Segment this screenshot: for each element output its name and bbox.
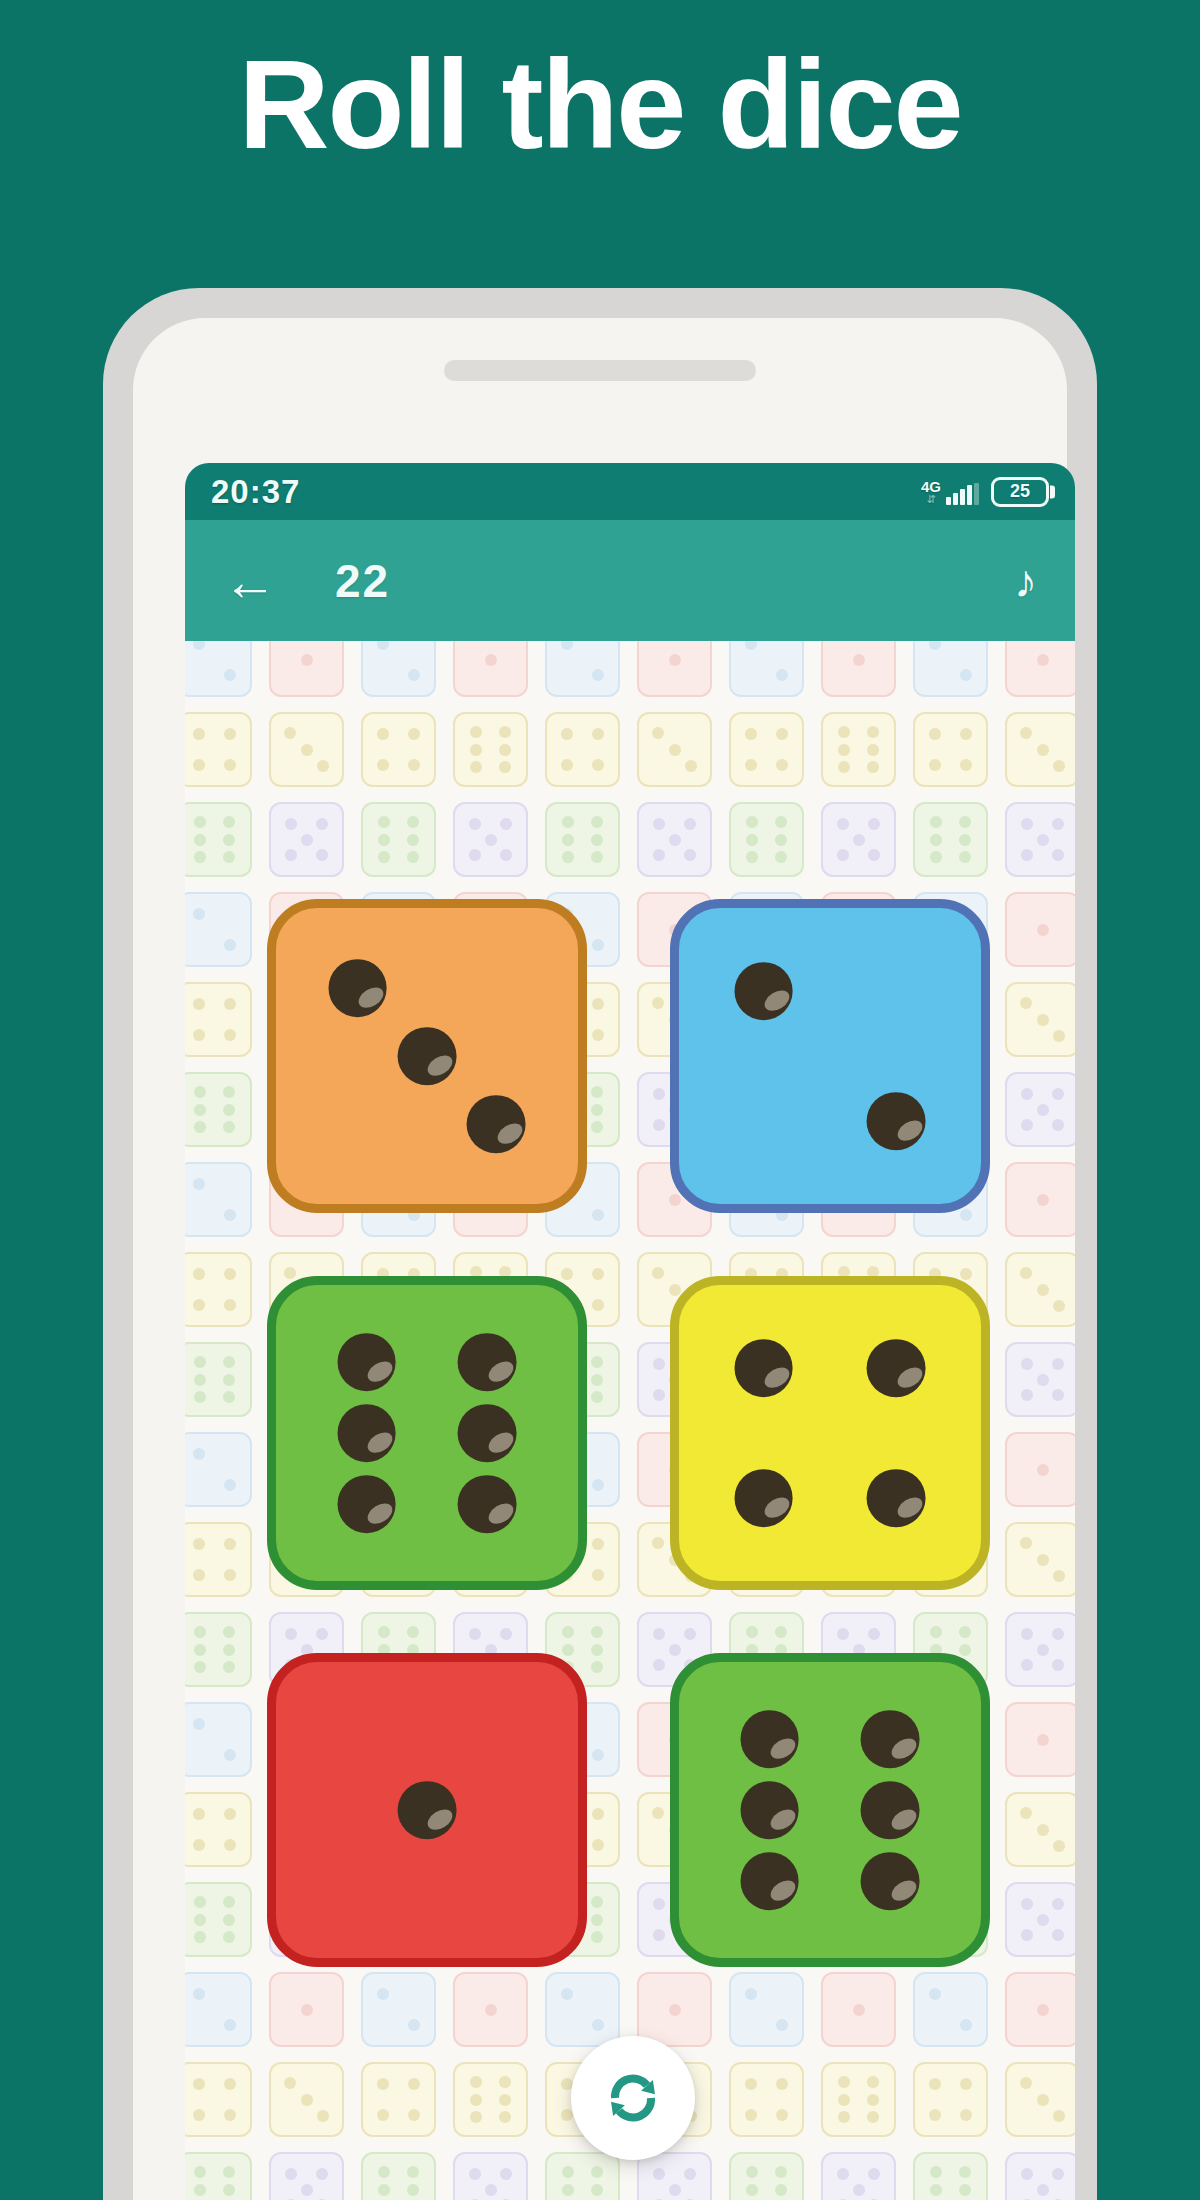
pattern-pip <box>301 654 313 666</box>
reroll-button[interactable] <box>571 2036 695 2160</box>
data-arrows-icon: ⇵ <box>926 494 935 505</box>
pattern-tile <box>185 2062 252 2137</box>
pattern-pip <box>223 1661 235 1673</box>
pattern-pip <box>775 2184 787 2196</box>
pattern-pip <box>377 728 389 740</box>
pattern-tile <box>637 1972 712 2047</box>
pattern-tile <box>269 1972 344 2047</box>
pattern-pip <box>1021 849 1033 861</box>
pattern-tile <box>185 2152 252 2200</box>
pattern-pip <box>1020 727 1032 739</box>
pattern-pip <box>193 1448 205 1460</box>
phone-screen: 20:37 4G ⇵ <box>185 463 1075 2200</box>
status-icons: 4G ⇵ 25 <box>921 477 1049 507</box>
pattern-tile <box>913 2152 988 2200</box>
pattern-pip <box>301 834 313 846</box>
pattern-pip <box>407 816 419 828</box>
pattern-pip <box>378 2184 390 2196</box>
pattern-pip <box>1052 1898 1064 1910</box>
pattern-pip <box>1052 849 1064 861</box>
clock: 20:37 <box>211 473 300 511</box>
pattern-pip <box>285 818 297 830</box>
pattern-pip <box>745 759 757 771</box>
pattern-pip <box>929 759 941 771</box>
pattern-tile <box>1005 1342 1075 1417</box>
pattern-tile <box>453 641 528 697</box>
pattern-pip <box>959 834 971 846</box>
pattern-tile <box>453 2062 528 2137</box>
die-pip <box>740 1710 799 1768</box>
phone-bezel: 20:37 4G ⇵ <box>133 318 1067 2200</box>
pattern-pip <box>867 744 879 756</box>
pattern-pip <box>194 1121 206 1133</box>
pattern-pip <box>867 2111 879 2123</box>
pattern-tile <box>1005 1882 1075 1957</box>
pattern-tile <box>729 2062 804 2137</box>
pattern-pip <box>1037 1644 1049 1656</box>
pattern-pip <box>193 2109 205 2121</box>
pattern-pip <box>745 641 757 650</box>
die-2-blue-2 <box>670 899 990 1213</box>
pattern-pip <box>838 761 850 773</box>
pattern-pip <box>193 641 205 650</box>
pattern-pip <box>561 641 573 650</box>
pattern-pip <box>223 1356 235 1368</box>
pattern-tile <box>269 641 344 697</box>
pattern-tile <box>361 2152 436 2200</box>
pattern-pip <box>1021 1088 1033 1100</box>
pattern-pip <box>223 1626 235 1638</box>
signal-icon: 4G ⇵ <box>921 479 979 505</box>
pattern-pip <box>745 2078 757 2090</box>
pattern-pip <box>837 2168 849 2180</box>
pattern-pip <box>1053 1300 1065 1312</box>
pattern-pip <box>408 669 420 681</box>
pattern-pip <box>775 851 787 863</box>
pattern-pip <box>470 2111 482 2123</box>
pattern-pip <box>562 851 574 863</box>
pattern-pip <box>224 2019 236 2031</box>
pattern-pip <box>408 2019 420 2031</box>
pattern-pip <box>959 851 971 863</box>
pattern-pip <box>224 1538 236 1550</box>
pattern-pip <box>1052 1628 1064 1640</box>
pattern-pip <box>684 849 696 861</box>
pattern-pip <box>776 2109 788 2121</box>
pattern-pip <box>485 834 497 846</box>
pattern-tile <box>185 1792 252 1867</box>
pattern-pip <box>776 2019 788 2031</box>
die-pip <box>734 962 793 1020</box>
pattern-pip <box>285 849 297 861</box>
pattern-pip <box>223 2166 235 2178</box>
pattern-tile <box>821 641 896 697</box>
pattern-pip <box>653 2168 665 2180</box>
battery-nub <box>1050 485 1055 498</box>
pattern-pip <box>1020 1267 1032 1279</box>
pattern-tile <box>1005 1252 1075 1327</box>
pattern-pip <box>669 744 681 756</box>
pattern-pip <box>929 728 941 740</box>
pattern-pip <box>776 728 788 740</box>
pattern-pip <box>499 744 511 756</box>
pattern-pip <box>930 834 942 846</box>
pattern-pip <box>194 1104 206 1116</box>
pattern-pip <box>776 759 788 771</box>
pattern-pip <box>1037 1464 1049 1476</box>
pattern-pip <box>499 761 511 773</box>
pattern-tile <box>1005 1162 1075 1237</box>
pattern-pip <box>301 2094 313 2106</box>
pattern-pip <box>592 759 604 771</box>
pattern-pip <box>591 816 603 828</box>
content-area <box>185 641 1075 2200</box>
pattern-tile <box>185 1072 252 1147</box>
pattern-pip <box>377 641 389 650</box>
pattern-pip <box>1021 1119 1033 1131</box>
pattern-pip <box>775 2166 787 2178</box>
pattern-tile <box>913 712 988 787</box>
die-pip <box>337 1404 396 1462</box>
pattern-pip <box>746 816 758 828</box>
pattern-pip <box>224 2109 236 2121</box>
pattern-pip <box>1053 1030 1065 1042</box>
status-bar: 20:37 4G ⇵ <box>185 463 1075 520</box>
pattern-tile <box>729 802 804 877</box>
pattern-pip <box>838 726 850 738</box>
pattern-pip <box>193 728 205 740</box>
pattern-pip <box>1037 1914 1049 1926</box>
pattern-pip <box>1021 1358 1033 1370</box>
signal-bar <box>960 489 965 505</box>
pattern-pip <box>960 728 972 740</box>
pattern-pip <box>193 908 205 920</box>
pattern-pip <box>407 2184 419 2196</box>
pattern-pip <box>1037 2004 1049 2016</box>
die-4-yellow-4 <box>670 1276 990 1590</box>
pattern-pip <box>930 2184 942 2196</box>
pattern-pip <box>1021 818 1033 830</box>
pattern-tile <box>545 712 620 787</box>
pattern-pip <box>284 727 296 739</box>
pattern-pip <box>853 2004 865 2016</box>
pattern-pip <box>746 851 758 863</box>
pattern-pip <box>868 849 880 861</box>
pattern-pip <box>746 834 758 846</box>
pattern-pip <box>867 2076 879 2088</box>
pattern-pip <box>562 816 574 828</box>
pattern-pip <box>684 2168 696 2180</box>
pattern-tile <box>185 641 252 697</box>
signal-bars-icon <box>946 483 979 505</box>
pattern-pip <box>224 2078 236 2090</box>
dice-total: 22 <box>335 554 390 608</box>
pattern-tile <box>185 1972 252 2047</box>
pattern-pip <box>499 2094 511 2106</box>
signal-bar <box>974 483 979 505</box>
pattern-pip <box>867 761 879 773</box>
pattern-tile <box>1005 892 1075 967</box>
pattern-tile <box>637 712 712 787</box>
pattern-pip <box>485 2004 497 2016</box>
pattern-pip <box>223 1121 235 1133</box>
pattern-pip <box>1020 1807 1032 1819</box>
pattern-pip <box>500 2168 512 2180</box>
pattern-pip <box>377 2109 389 2121</box>
pattern-tile <box>185 1162 252 1237</box>
pattern-tile <box>1005 641 1075 697</box>
pattern-pip <box>193 1808 205 1820</box>
pattern-tile <box>545 802 620 877</box>
pattern-pip <box>929 641 941 650</box>
pattern-pip <box>959 816 971 828</box>
pattern-pip <box>469 2168 481 2180</box>
pattern-pip <box>1021 1898 1033 1910</box>
pattern-pip <box>929 1988 941 2000</box>
pattern-tile <box>361 712 436 787</box>
pattern-tile <box>729 641 804 697</box>
pattern-pip <box>408 2109 420 2121</box>
pattern-tile <box>453 2152 528 2200</box>
pattern-tile <box>185 1522 252 1597</box>
pattern-pip <box>224 1839 236 1851</box>
pattern-pip <box>959 2184 971 2196</box>
pattern-tile <box>729 1972 804 2047</box>
die-3-green-6 <box>267 1276 587 1590</box>
pattern-tile <box>821 712 896 787</box>
pattern-pip <box>378 851 390 863</box>
pattern-tile <box>821 802 896 877</box>
pattern-pip <box>193 1839 205 1851</box>
pattern-pip <box>408 759 420 771</box>
sound-toggle-button[interactable]: ♪ <box>1014 558 1037 604</box>
pattern-pip <box>1021 1929 1033 1941</box>
pattern-pip <box>194 851 206 863</box>
pattern-pip <box>1020 2077 1032 2089</box>
pattern-pip <box>592 2019 604 2031</box>
pattern-pip <box>224 1029 236 1041</box>
die-pip <box>328 959 387 1017</box>
pattern-pip <box>469 818 481 830</box>
pattern-pip <box>469 849 481 861</box>
pattern-pip <box>959 2166 971 2178</box>
die-pip <box>337 1333 396 1391</box>
pattern-pip <box>960 2109 972 2121</box>
die-pip <box>467 1095 526 1153</box>
pattern-pip <box>562 2166 574 2178</box>
pattern-pip <box>470 726 482 738</box>
pattern-pip <box>838 744 850 756</box>
pattern-pip <box>868 818 880 830</box>
pattern-pip <box>470 2094 482 2106</box>
pattern-pip <box>194 2166 206 2178</box>
pattern-pip <box>223 1931 235 1943</box>
pattern-tile <box>729 2152 804 2200</box>
battery-percent: 25 <box>1010 481 1030 502</box>
pattern-pip <box>776 669 788 681</box>
network-type: 4G ⇵ <box>921 479 941 505</box>
pattern-pip <box>1052 1659 1064 1671</box>
die-pip <box>458 1333 517 1391</box>
pattern-tile <box>1005 802 1075 877</box>
pattern-pip <box>378 2166 390 2178</box>
pattern-pip <box>746 2166 758 2178</box>
dice-grid <box>267 899 990 1967</box>
pattern-pip <box>377 1988 389 2000</box>
pattern-pip <box>194 2184 206 2196</box>
die-pip <box>867 1092 926 1150</box>
pattern-pip <box>317 2110 329 2122</box>
page-title: Roll the dice <box>0 32 1200 177</box>
back-button[interactable]: ← <box>223 554 277 608</box>
pattern-tile <box>545 641 620 697</box>
pattern-pip <box>223 1391 235 1403</box>
pattern-pip <box>867 726 879 738</box>
pattern-tile <box>361 802 436 877</box>
pattern-pip <box>837 818 849 830</box>
pattern-tile <box>361 641 436 697</box>
pattern-pip <box>223 1104 235 1116</box>
pattern-tile <box>361 1972 436 2047</box>
pattern-pip <box>470 761 482 773</box>
pattern-tile <box>913 2062 988 2137</box>
pattern-pip <box>776 2078 788 2090</box>
pattern-pip <box>669 654 681 666</box>
pattern-pip <box>407 834 419 846</box>
pattern-pip <box>377 2078 389 2090</box>
pattern-pip <box>223 2184 235 2196</box>
pattern-tile <box>185 1342 252 1417</box>
pattern-tile <box>269 2152 344 2200</box>
pattern-tile <box>185 982 252 1057</box>
pattern-pip <box>1037 1824 1049 1836</box>
pattern-pip <box>867 2094 879 2106</box>
pattern-pip <box>224 1479 236 1491</box>
pattern-pip <box>591 2166 603 2178</box>
pattern-tile <box>913 1972 988 2047</box>
pattern-tile <box>453 802 528 877</box>
pattern-pip <box>500 849 512 861</box>
die-pip <box>867 1339 926 1397</box>
pattern-tile <box>1005 1612 1075 1687</box>
pattern-pip <box>837 849 849 861</box>
pattern-tile <box>269 2062 344 2137</box>
die-pip <box>458 1404 517 1462</box>
pattern-pip <box>1037 1284 1049 1296</box>
pattern-pip <box>592 669 604 681</box>
pattern-pip <box>562 834 574 846</box>
pattern-pip <box>316 2168 328 2180</box>
pattern-pip <box>224 759 236 771</box>
pattern-pip <box>485 654 497 666</box>
pattern-pip <box>194 1644 206 1656</box>
pattern-pip <box>223 1896 235 1908</box>
pattern-pip <box>1037 1554 1049 1566</box>
pattern-tile <box>913 641 988 697</box>
pattern-pip <box>684 818 696 830</box>
pattern-pip <box>407 2166 419 2178</box>
pattern-pip <box>561 2109 573 2121</box>
pattern-tile <box>453 1972 528 2047</box>
pattern-pip <box>224 1209 236 1221</box>
pattern-pip <box>1052 1119 1064 1131</box>
signal-bar <box>953 493 958 505</box>
pattern-tile <box>1005 2062 1075 2137</box>
refresh-icon <box>601 2066 665 2130</box>
pattern-tile <box>269 802 344 877</box>
pattern-pip <box>378 834 390 846</box>
die-1-orange-3 <box>267 899 587 1213</box>
pattern-tile <box>185 892 252 967</box>
pattern-pip <box>1037 744 1049 756</box>
pattern-pip <box>1052 1389 1064 1401</box>
pattern-tile <box>1005 982 1075 1057</box>
pattern-pip <box>853 2184 865 2196</box>
pattern-tile <box>545 2152 620 2200</box>
pattern-pip <box>669 834 681 846</box>
pattern-tile <box>821 1972 896 2047</box>
pattern-pip <box>194 1391 206 1403</box>
pattern-pip <box>1037 1734 1049 1746</box>
pattern-pip <box>960 669 972 681</box>
pattern-pip <box>193 1538 205 1550</box>
pattern-tile <box>185 1882 252 1957</box>
pattern-tile <box>1005 2152 1075 2200</box>
pattern-pip <box>485 2184 497 2196</box>
pattern-pip <box>500 818 512 830</box>
pattern-pip <box>301 744 313 756</box>
die-5-red-1 <box>267 1653 587 1967</box>
pattern-pip <box>1052 2168 1064 2180</box>
pattern-pip <box>193 1268 205 1280</box>
pattern-pip <box>1052 1088 1064 1100</box>
pattern-pip <box>193 998 205 1010</box>
pattern-pip <box>838 2111 850 2123</box>
pattern-pip <box>1052 1358 1064 1370</box>
pattern-tile <box>1005 1432 1075 1507</box>
pattern-pip <box>853 834 865 846</box>
die-pip <box>398 1781 457 1839</box>
pattern-pip <box>669 2004 681 2016</box>
pattern-pip <box>1021 2168 1033 2180</box>
die-pip <box>337 1475 396 1533</box>
pattern-pip <box>1037 654 1049 666</box>
pattern-pip <box>1052 1929 1064 1941</box>
pattern-pip <box>499 2076 511 2088</box>
pattern-tile <box>185 1702 252 1777</box>
pattern-pip <box>592 728 604 740</box>
pattern-pip <box>301 2184 313 2196</box>
pattern-pip <box>223 1644 235 1656</box>
die-pip <box>458 1475 517 1533</box>
pattern-pip <box>838 2076 850 2088</box>
pattern-tile <box>185 1432 252 1507</box>
pattern-pip <box>1021 1389 1033 1401</box>
pattern-pip <box>194 816 206 828</box>
pattern-pip <box>193 1178 205 1190</box>
pattern-pip <box>561 759 573 771</box>
pattern-tile <box>913 802 988 877</box>
pattern-pip <box>194 1661 206 1673</box>
die-pip <box>734 1469 793 1527</box>
pattern-pip <box>746 2184 758 2196</box>
pattern-pip <box>193 2078 205 2090</box>
battery-icon: 25 <box>991 477 1049 507</box>
pattern-pip <box>1053 1840 1065 1852</box>
pattern-pip <box>669 2184 681 2196</box>
pattern-tile <box>821 2152 896 2200</box>
pattern-pip <box>224 1569 236 1581</box>
